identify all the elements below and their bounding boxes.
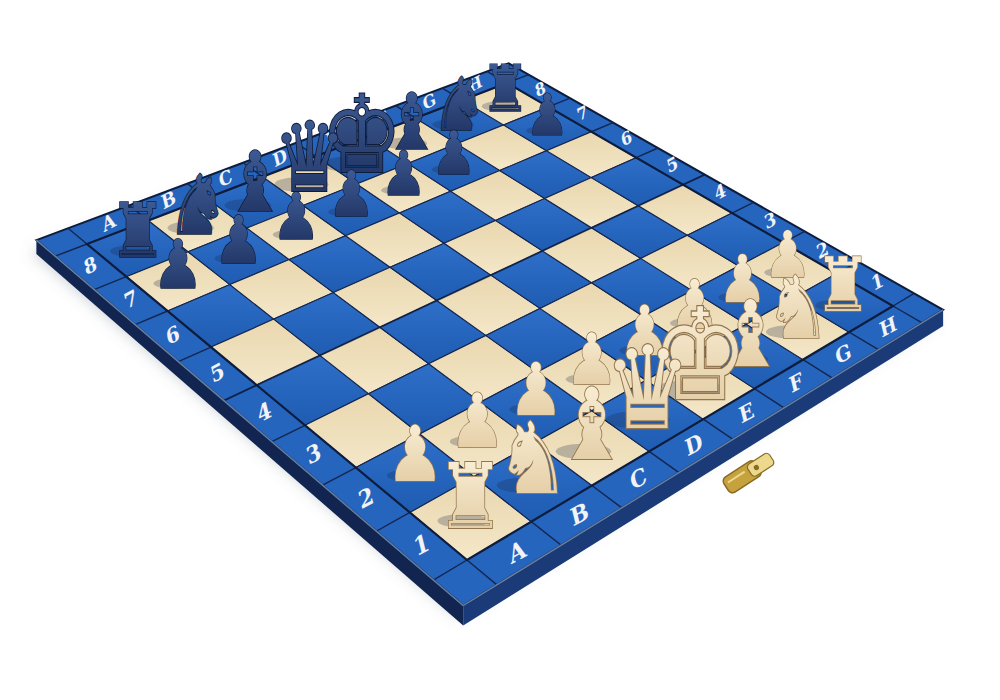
piece-blue-pawn-h7: ♟: [526, 82, 570, 149]
board-photo-svg: ABCDEFGHABCDEFGH8765432187654321♜♞♟♝♚♟♛♟…: [0, 0, 1000, 700]
svg-text:♟: ♟: [214, 202, 264, 279]
svg-text:♟: ♟: [272, 180, 321, 254]
piece-blue-pawn-b7: ♟: [214, 202, 264, 279]
piece-blue-pawn-e7: ♟: [380, 137, 427, 208]
piece-blue-rook-h8: ♜: [481, 52, 530, 126]
piece-blue-pawn-c7: ♟: [272, 180, 321, 254]
piece-white-rook-a1: ♜: [436, 443, 505, 549]
svg-text:♟: ♟: [327, 158, 375, 231]
svg-text:♟: ♟: [380, 137, 427, 208]
svg-text:♟: ♟: [431, 118, 477, 188]
svg-text:♜: ♜: [436, 443, 505, 549]
svg-text:♟: ♟: [152, 226, 203, 305]
svg-text:♟: ♟: [526, 82, 570, 149]
svg-text:♜: ♜: [481, 52, 530, 126]
piece-blue-pawn-f7: ♟: [431, 118, 477, 188]
svg-text:♞: ♞: [495, 401, 570, 516]
chess-set-photo: ABCDEFGHABCDEFGH8765432187654321♜♞♟♝♚♟♛♟…: [0, 0, 1000, 700]
piece-blue-pawn-a7: ♟: [152, 226, 203, 305]
piece-white-knight-b1: ♞: [495, 401, 570, 516]
piece-blue-pawn-d7: ♟: [327, 158, 375, 231]
